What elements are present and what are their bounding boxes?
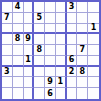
cell-r2c5-empty[interactable] [45, 13, 56, 24]
cell-r5c6-empty[interactable] [56, 45, 67, 56]
cell-r3c3-empty[interactable] [24, 24, 35, 35]
cell-r2c7-empty[interactable] [67, 13, 78, 24]
cell-r6c4-empty[interactable] [34, 56, 45, 67]
cell-r1c8-empty[interactable] [77, 2, 88, 13]
cell-r3c8-empty[interactable] [77, 24, 88, 35]
cell-r7c9-empty[interactable] [88, 67, 99, 78]
cell-r2c2-empty[interactable] [13, 13, 24, 24]
cell-r1c9-empty[interactable] [88, 2, 99, 13]
cell-r3c2-empty[interactable] [13, 24, 24, 35]
cell-r4c4-empty[interactable] [34, 34, 45, 45]
cell-r5c1-empty[interactable] [2, 45, 13, 56]
cell-r6c2-empty[interactable] [13, 56, 24, 67]
cell-r4c7-empty[interactable] [67, 34, 78, 45]
cell-r3c7-empty[interactable] [67, 24, 78, 35]
sudoku-board: 43751898716328916 [0, 0, 101, 101]
cell-r8c5-given[interactable]: 9 [45, 77, 56, 88]
cell-r3c4-empty[interactable] [34, 24, 45, 35]
cell-r5c3-empty[interactable] [24, 45, 35, 56]
cell-r4c8-empty[interactable] [77, 34, 88, 45]
cell-r9c2-empty[interactable] [13, 88, 24, 99]
cell-r8c3-empty[interactable] [24, 77, 35, 88]
cell-r5c8-given[interactable]: 7 [77, 45, 88, 56]
cell-r7c3-empty[interactable] [24, 67, 35, 78]
cell-r9c5-given[interactable]: 6 [45, 88, 56, 99]
cell-r9c3-empty[interactable] [24, 88, 35, 99]
cell-r2c9-empty[interactable] [88, 13, 99, 24]
cell-r2c6-empty[interactable] [56, 13, 67, 24]
cell-r7c1-given[interactable]: 3 [2, 67, 13, 78]
cell-r2c8-empty[interactable] [77, 13, 88, 24]
cell-r2c4-given[interactable]: 5 [34, 13, 45, 24]
cell-r8c9-empty[interactable] [88, 77, 99, 88]
cell-r1c1-empty[interactable] [2, 2, 13, 13]
cell-r5c4-given[interactable]: 8 [34, 45, 45, 56]
cell-r8c6-given[interactable]: 1 [56, 77, 67, 88]
cell-r9c1-empty[interactable] [2, 88, 13, 99]
cell-r7c8-given[interactable]: 8 [77, 67, 88, 78]
cell-r4c1-empty[interactable] [2, 34, 13, 45]
cell-r8c8-empty[interactable] [77, 77, 88, 88]
cell-r1c5-empty[interactable] [45, 2, 56, 13]
cell-r1c6-empty[interactable] [56, 2, 67, 13]
cell-r5c5-empty[interactable] [45, 45, 56, 56]
cell-r4c2-given[interactable]: 8 [13, 34, 24, 45]
cell-r9c6-empty[interactable] [56, 88, 67, 99]
cell-r7c4-empty[interactable] [34, 67, 45, 78]
cell-r3c5-empty[interactable] [45, 24, 56, 35]
cell-r8c2-empty[interactable] [13, 77, 24, 88]
cell-r5c9-empty[interactable] [88, 45, 99, 56]
cell-r6c5-empty[interactable] [45, 56, 56, 67]
cell-r7c2-empty[interactable] [13, 67, 24, 78]
cell-r6c8-empty[interactable] [77, 56, 88, 67]
cell-r6c7-given[interactable]: 6 [67, 56, 78, 67]
cell-r6c9-empty[interactable] [88, 56, 99, 67]
cell-r8c7-empty[interactable] [67, 77, 78, 88]
cell-r5c2-empty[interactable] [13, 45, 24, 56]
cell-r2c3-empty[interactable] [24, 13, 35, 24]
cell-r4c3-given[interactable]: 9 [24, 34, 35, 45]
cell-r2c1-given[interactable]: 7 [2, 13, 13, 24]
cell-r9c8-empty[interactable] [77, 88, 88, 99]
cell-r9c4-empty[interactable] [34, 88, 45, 99]
cell-r7c6-empty[interactable] [56, 67, 67, 78]
cell-r3c9-given[interactable]: 1 [88, 24, 99, 35]
cell-r1c2-given[interactable]: 4 [13, 2, 24, 13]
cell-r1c3-empty[interactable] [24, 2, 35, 13]
cell-r9c9-empty[interactable] [88, 88, 99, 99]
cell-r1c4-empty[interactable] [34, 2, 45, 13]
cell-r3c6-empty[interactable] [56, 24, 67, 35]
cell-r7c5-empty[interactable] [45, 67, 56, 78]
cell-r3c1-empty[interactable] [2, 24, 13, 35]
cell-r6c1-empty[interactable] [2, 56, 13, 67]
cell-r9c7-empty[interactable] [67, 88, 78, 99]
cell-r4c9-empty[interactable] [88, 34, 99, 45]
cell-r4c6-empty[interactable] [56, 34, 67, 45]
cell-r6c6-empty[interactable] [56, 56, 67, 67]
cell-r7c7-given[interactable]: 2 [67, 67, 78, 78]
cell-r5c7-empty[interactable] [67, 45, 78, 56]
cell-r6c3-given[interactable]: 1 [24, 56, 35, 67]
cell-r8c1-empty[interactable] [2, 77, 13, 88]
cell-r1c7-given[interactable]: 3 [67, 2, 78, 13]
cell-r4c5-empty[interactable] [45, 34, 56, 45]
cell-r8c4-empty[interactable] [34, 77, 45, 88]
